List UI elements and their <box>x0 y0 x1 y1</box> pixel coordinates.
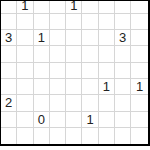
cell-r7c4[interactable] <box>50 95 66 111</box>
cell-r3c5[interactable] <box>66 30 82 46</box>
clue-cell-r6c9: 1 <box>131 79 147 95</box>
cell-r9c2[interactable] <box>17 128 33 144</box>
cell-r4c8[interactable] <box>115 46 131 62</box>
cell-r5c5[interactable] <box>66 63 82 79</box>
cell-r5c7[interactable] <box>99 63 115 79</box>
cell-r1c8[interactable] <box>115 0 131 14</box>
cell-r1c7[interactable] <box>99 0 115 14</box>
clue-cell-r3c3: 1 <box>34 30 50 46</box>
cell-r9c1[interactable] <box>1 128 17 144</box>
cell-r6c5[interactable] <box>66 79 82 95</box>
cell-r7c3[interactable] <box>34 95 50 111</box>
cell-r8c5[interactable] <box>66 112 82 128</box>
cell-r4c3[interactable] <box>34 46 50 62</box>
clue-cell-r6c7: 1 <box>99 79 115 95</box>
clue-cell-r8c3: 0 <box>34 112 50 128</box>
cell-r2c2[interactable] <box>17 14 33 30</box>
cell-r5c9[interactable] <box>131 63 147 79</box>
cell-r5c4[interactable] <box>50 63 66 79</box>
cell-r9c8[interactable] <box>115 128 131 144</box>
cell-r7c6[interactable] <box>82 95 98 111</box>
cell-r8c1[interactable] <box>1 112 17 128</box>
cell-r4c6[interactable] <box>82 46 98 62</box>
cell-r5c6[interactable] <box>82 63 98 79</box>
cell-r8c2[interactable] <box>17 112 33 128</box>
cell-r9c6[interactable] <box>82 128 98 144</box>
cell-r2c7[interactable] <box>99 14 115 30</box>
cell-r1c1[interactable] <box>1 0 17 14</box>
cell-r6c2[interactable] <box>17 79 33 95</box>
cell-r4c1[interactable] <box>1 46 17 62</box>
cell-r3c6[interactable] <box>82 30 98 46</box>
cell-r8c7[interactable] <box>99 112 115 128</box>
cell-r8c8[interactable] <box>115 112 131 128</box>
cell-r7c9[interactable] <box>131 95 147 111</box>
cell-r4c5[interactable] <box>66 46 82 62</box>
cell-r5c8[interactable] <box>115 63 131 79</box>
cell-r5c3[interactable] <box>34 63 50 79</box>
cell-r9c5[interactable] <box>66 128 82 144</box>
cell-r7c5[interactable] <box>66 95 82 111</box>
cell-r4c2[interactable] <box>17 46 33 62</box>
clue-cell-r3c1: 3 <box>1 30 17 46</box>
cell-r1c9[interactable] <box>131 0 147 14</box>
board-top-border <box>0 0 149 1</box>
cell-r6c3[interactable] <box>34 79 50 95</box>
cell-r4c9[interactable] <box>131 46 147 62</box>
cell-r4c4[interactable] <box>50 46 66 62</box>
cell-r7c7[interactable] <box>99 95 115 111</box>
puzzle-board: 1131311201 <box>0 0 150 146</box>
cell-r2c9[interactable] <box>131 14 147 30</box>
cell-r9c9[interactable] <box>131 128 147 144</box>
cell-r4c7[interactable] <box>99 46 115 62</box>
clue-cell-r7c1: 2 <box>1 95 17 111</box>
cell-r9c7[interactable] <box>99 128 115 144</box>
clue-cell-r3c8: 3 <box>115 30 131 46</box>
cell-r7c8[interactable] <box>115 95 131 111</box>
cell-r3c4[interactable] <box>50 30 66 46</box>
clue-cell-r8c6: 1 <box>82 112 98 128</box>
cell-r1c4[interactable] <box>50 0 66 14</box>
cell-r3c7[interactable] <box>99 30 115 46</box>
cell-r9c4[interactable] <box>50 128 66 144</box>
cell-r2c4[interactable] <box>50 14 66 30</box>
cell-r6c1[interactable] <box>1 79 17 95</box>
cell-r3c9[interactable] <box>131 30 147 46</box>
clue-cell-r1c5: 1 <box>66 0 82 14</box>
cell-r6c8[interactable] <box>115 79 131 95</box>
cell-r9c3[interactable] <box>34 128 50 144</box>
cell-r6c4[interactable] <box>50 79 66 95</box>
cell-r8c9[interactable] <box>131 112 147 128</box>
cell-r7c2[interactable] <box>17 95 33 111</box>
cell-r2c6[interactable] <box>82 14 98 30</box>
cell-r8c4[interactable] <box>50 112 66 128</box>
cell-r6c6[interactable] <box>82 79 98 95</box>
cell-r2c5[interactable] <box>66 14 82 30</box>
cell-r5c2[interactable] <box>17 63 33 79</box>
cell-r1c3[interactable] <box>34 0 50 14</box>
cell-r2c8[interactable] <box>115 14 131 30</box>
puzzle-canvas: 1131311201 <box>0 0 150 150</box>
clue-cell-r1c2: 1 <box>17 0 33 14</box>
cell-r5c1[interactable] <box>1 63 17 79</box>
cell-r3c2[interactable] <box>17 30 33 46</box>
cell-r1c6[interactable] <box>82 0 98 14</box>
cell-r2c3[interactable] <box>34 14 50 30</box>
cell-r2c1[interactable] <box>1 14 17 30</box>
